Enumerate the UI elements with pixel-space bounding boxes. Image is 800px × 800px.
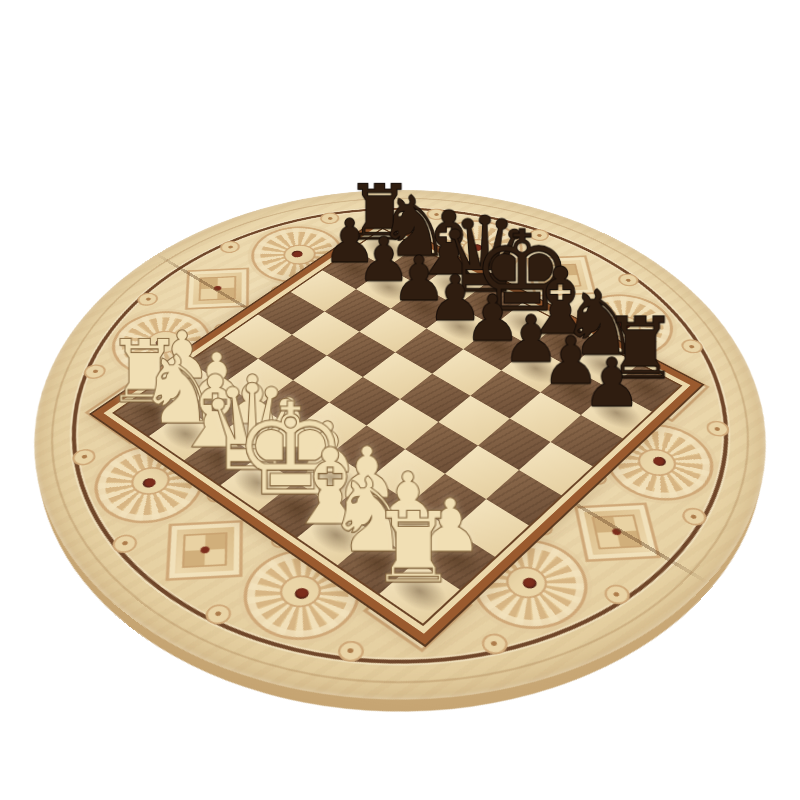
diamond-carving: [165, 520, 243, 581]
round-chess-set-photo: ♜♞♝♛♚♝♞♜♟♟♟♟♟♟♟♟♟♟♟♟♟♟♟♟♜♞♝♛♚♝♞♜: [0, 0, 800, 800]
piece-white-rook-h1[interactable]: ♜: [334, 498, 494, 596]
piece-black-pawn-h7[interactable]: ♟: [541, 350, 683, 417]
